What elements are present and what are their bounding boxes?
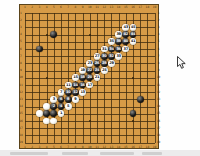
coord-label-top: 12 (101, 6, 107, 9)
move-number: 26 (94, 60, 101, 67)
coord-label-right: 18 (156, 134, 162, 137)
grid-line-horizontal (25, 143, 155, 144)
move-number: 30 (101, 53, 108, 60)
coord-label-top: 3 (36, 6, 42, 9)
coord-label-left: 4 (18, 33, 24, 36)
move-number: 42 (122, 31, 129, 38)
move-number: 5 (65, 103, 72, 110)
stone-white-c5-r16[interactable] (50, 118, 57, 125)
coord-label-top: 10 (87, 6, 93, 9)
coord-label-right: 3 (156, 26, 162, 29)
stone-black-c9-r10[interactable]: 18 (79, 74, 86, 81)
stone-black-c13-r6[interactable]: 34 (108, 46, 115, 53)
strip-mark (10, 152, 48, 155)
stone-black-c16-r15[interactable] (130, 110, 137, 117)
coord-label-right: 4 (156, 33, 162, 36)
move-number: 7 (58, 89, 65, 96)
move-number: 4 (58, 103, 65, 110)
move-number: 2 (50, 103, 57, 110)
stone-white-c11-r10[interactable]: 21 (94, 74, 101, 81)
grid-line-horizontal (25, 92, 155, 93)
coord-label-right: 7 (156, 55, 162, 58)
hoshi-point (132, 120, 134, 122)
coord-label-bottom: 8 (72, 146, 78, 149)
stone-black-c3-r6[interactable] (36, 46, 43, 53)
move-number: 35 (108, 38, 115, 45)
stone-black-c6-r13[interactable]: 6 (58, 96, 65, 103)
stone-white-c15-r3[interactable]: 43 (122, 24, 129, 31)
coord-label-right: 17 (156, 127, 162, 130)
stone-black-c7-r13[interactable]: 8 (65, 96, 72, 103)
move-number: 21 (94, 74, 101, 81)
stone-white-c8-r10[interactable]: 15 (72, 74, 79, 81)
coord-label-bottom: 3 (36, 146, 42, 149)
coord-label-bottom: 4 (44, 146, 50, 149)
hoshi-point (46, 77, 48, 79)
move-number: 16 (79, 82, 86, 89)
stone-white-c16-r3[interactable]: 45 (130, 24, 137, 31)
coord-label-bottom: 1 (22, 146, 28, 149)
coord-label-right: 19 (156, 141, 162, 144)
stone-white-c14-r4[interactable]: 39 (115, 31, 122, 38)
move-number: 28 (101, 60, 108, 67)
move-number: 17 (86, 82, 93, 89)
bottom-strip (0, 150, 200, 156)
coord-label-bottom: 18 (144, 146, 150, 149)
move-number: 25 (101, 67, 108, 74)
grid-line-vertical (111, 13, 112, 143)
hoshi-point (89, 34, 91, 36)
grid-line-horizontal (25, 128, 155, 129)
coord-label-bottom: 11 (94, 146, 100, 149)
stone-white-c7-r14[interactable]: 5 (65, 103, 72, 110)
stone-white-c14-r7[interactable]: 33 (115, 53, 122, 60)
coord-label-right: 12 (156, 91, 162, 94)
hoshi-point (132, 77, 134, 79)
coord-label-bottom: 5 (51, 146, 57, 149)
coord-label-left: 14 (18, 105, 24, 108)
coord-label-left: 9 (18, 69, 24, 72)
coord-label-left: 19 (18, 141, 24, 144)
coord-label-top: 2 (29, 6, 35, 9)
coord-label-top: 16 (130, 6, 136, 9)
coord-label-top: 14 (116, 6, 122, 9)
coord-label-top: 5 (51, 6, 57, 9)
hoshi-point (89, 120, 91, 122)
stone-white-c16-r5[interactable]: 41 (130, 38, 137, 45)
coord-label-top: 6 (58, 6, 64, 9)
move-number: 45 (130, 24, 137, 31)
stone-black-c11-r8[interactable]: 26 (94, 60, 101, 67)
stone-black-c12-r8[interactable]: 28 (101, 60, 108, 67)
move-number: 29 (108, 60, 115, 67)
stone-white-c7-r11[interactable]: 11 (65, 82, 72, 89)
coord-label-top: 17 (137, 6, 143, 9)
stone-black-c7-r12[interactable]: 10 (65, 89, 72, 96)
coord-label-bottom: 16 (130, 146, 136, 149)
coord-label-left: 10 (18, 76, 24, 79)
coord-label-left: 8 (18, 62, 24, 65)
coord-label-bottom: 15 (123, 146, 129, 149)
stone-black-c5-r4[interactable] (50, 31, 57, 38)
stone-black-c15-r5[interactable]: 40 (122, 38, 129, 45)
coord-label-top: 8 (72, 6, 78, 9)
coord-label-left: 5 (18, 40, 24, 43)
stone-white-c11-r7[interactable]: 27 (94, 53, 101, 60)
coord-label-right: 1 (156, 12, 162, 15)
coord-label-left: 11 (18, 84, 24, 87)
stone-white-c6-r15[interactable]: 1 (58, 110, 65, 117)
move-number: 9 (72, 96, 79, 103)
coord-label-bottom: 6 (58, 146, 64, 149)
move-number: 41 (130, 38, 137, 45)
coord-label-right: 13 (156, 98, 162, 101)
coord-label-right: 15 (156, 112, 162, 115)
stone-black-c5-r15[interactable] (50, 110, 57, 117)
move-number: 3 (50, 96, 57, 103)
move-number: 34 (108, 46, 115, 53)
move-number: 40 (122, 38, 129, 45)
stone-black-c5-r14[interactable]: 2 (50, 103, 57, 110)
coord-label-right: 8 (156, 62, 162, 65)
move-number: 33 (115, 53, 122, 60)
hoshi-point (46, 34, 48, 36)
strip-mark (142, 152, 162, 155)
move-number: 43 (122, 24, 129, 31)
page: 1111222233334444555566667777888899991010… (0, 0, 200, 156)
coord-label-right: 11 (156, 84, 162, 87)
stone-white-c5-r13[interactable]: 3 (50, 96, 57, 103)
move-number: 27 (94, 53, 101, 60)
coord-label-bottom: 7 (65, 146, 71, 149)
coord-label-right: 6 (156, 48, 162, 51)
stone-black-c10-r10[interactable]: 20 (86, 74, 93, 81)
coord-label-top: 7 (65, 6, 71, 9)
move-number: 39 (115, 31, 122, 38)
move-number: 44 (130, 31, 137, 38)
stone-black-c10-r9[interactable]: 22 (86, 67, 93, 74)
coord-label-top: 11 (94, 6, 100, 9)
move-number: 15 (72, 74, 79, 81)
coord-label-bottom: 17 (137, 146, 143, 149)
coord-label-top: 19 (152, 6, 158, 9)
stone-black-c6-r14[interactable]: 4 (58, 103, 65, 110)
coord-label-top: 4 (44, 6, 50, 9)
stone-white-c12-r6[interactable]: 31 (101, 46, 108, 53)
stone-white-c4-r14[interactable] (43, 103, 50, 110)
coord-label-right: 16 (156, 120, 162, 123)
move-number: 36 (115, 46, 122, 53)
stone-white-c12-r9[interactable]: 25 (101, 67, 108, 74)
coord-label-top: 1 (22, 6, 28, 9)
coord-label-left: 15 (18, 112, 24, 115)
coord-label-top: 18 (144, 6, 150, 9)
coord-label-bottom: 2 (29, 146, 35, 149)
coord-label-left: 13 (18, 98, 24, 101)
stone-black-c14-r5[interactable]: 38 (115, 38, 122, 45)
stone-black-c8-r11[interactable]: 14 (72, 82, 79, 89)
stone-black-c12-r7[interactable]: 30 (101, 53, 108, 60)
move-number: 19 (79, 67, 86, 74)
move-number: 8 (65, 96, 72, 103)
stone-black-c11-r9[interactable]: 24 (94, 67, 101, 74)
coord-label-right: 9 (156, 69, 162, 72)
stone-white-c10-r11[interactable]: 17 (86, 82, 93, 89)
move-number: 20 (86, 74, 93, 81)
coord-label-bottom: 12 (101, 146, 107, 149)
move-number: 32 (108, 53, 115, 60)
stone-white-c3-r15[interactable] (36, 110, 43, 117)
grid-line-vertical (104, 13, 105, 143)
move-number: 12 (72, 89, 79, 96)
coord-label-bottom: 10 (87, 146, 93, 149)
stone-white-c4-r16[interactable] (43, 118, 50, 125)
stone-black-c16-r4[interactable]: 44 (130, 31, 137, 38)
grid-line-horizontal (25, 99, 155, 100)
move-number: 13 (79, 89, 86, 96)
stone-white-c13-r5[interactable]: 35 (108, 38, 115, 45)
stone-white-c8-r13[interactable]: 9 (72, 96, 79, 103)
coord-label-left: 16 (18, 120, 24, 123)
coord-label-left: 18 (18, 134, 24, 137)
stone-white-c9-r12[interactable]: 13 (79, 89, 86, 96)
move-number: 38 (115, 38, 122, 45)
grid-line-vertical (140, 13, 141, 143)
coord-label-left: 3 (18, 26, 24, 29)
move-number: 11 (65, 82, 72, 89)
coord-label-left: 7 (18, 55, 24, 58)
stone-black-c8-r12[interactable]: 12 (72, 89, 79, 96)
stone-black-c13-r7[interactable]: 32 (108, 53, 115, 60)
coord-label-right: 5 (156, 40, 162, 43)
coord-label-left: 1 (18, 12, 24, 15)
stone-black-c4-r15[interactable] (43, 110, 50, 117)
strip-mark (62, 152, 88, 155)
move-number: 23 (86, 60, 93, 67)
stone-white-c9-r9[interactable]: 19 (79, 67, 86, 74)
move-number: 10 (65, 89, 72, 96)
grid-line-horizontal (25, 135, 155, 136)
coord-label-right: 10 (156, 76, 162, 79)
move-number: 6 (58, 96, 65, 103)
coord-label-left: 2 (18, 19, 24, 22)
coord-label-bottom: 14 (116, 146, 122, 149)
coord-label-bottom: 9 (80, 146, 86, 149)
stone-white-c10-r8[interactable]: 23 (86, 60, 93, 67)
coord-label-bottom: 19 (152, 146, 158, 149)
coord-label-left: 12 (18, 91, 24, 94)
move-number: 24 (94, 67, 101, 74)
coord-label-left: 6 (18, 48, 24, 51)
coord-label-bottom: 13 (108, 146, 114, 149)
stone-black-c15-r4[interactable]: 42 (122, 31, 129, 38)
coord-label-right: 2 (156, 19, 162, 22)
move-number: 18 (79, 74, 86, 81)
stone-white-c15-r6[interactable]: 37 (122, 46, 129, 53)
coord-label-left: 17 (18, 127, 24, 130)
go-board[interactable]: 1111222233334444555566667777888899991010… (19, 4, 159, 149)
strip-mark (100, 152, 134, 155)
mouse-cursor-icon (176, 56, 186, 70)
move-number: 31 (101, 46, 108, 53)
coord-label-top: 15 (123, 6, 129, 9)
stone-white-c13-r8[interactable]: 29 (108, 60, 115, 67)
stone-white-c6-r12[interactable]: 7 (58, 89, 65, 96)
stone-black-c17-r13[interactable] (137, 96, 144, 103)
coord-label-right: 14 (156, 105, 162, 108)
move-number: 37 (122, 46, 129, 53)
coord-label-top: 9 (80, 6, 86, 9)
stone-black-c9-r11[interactable]: 16 (79, 82, 86, 89)
grid-line-vertical (147, 13, 148, 143)
coord-label-top: 13 (108, 6, 114, 9)
move-number: 14 (72, 82, 79, 89)
move-number: 1 (58, 110, 65, 117)
stone-black-c14-r6[interactable]: 36 (115, 46, 122, 53)
move-number: 22 (86, 67, 93, 74)
